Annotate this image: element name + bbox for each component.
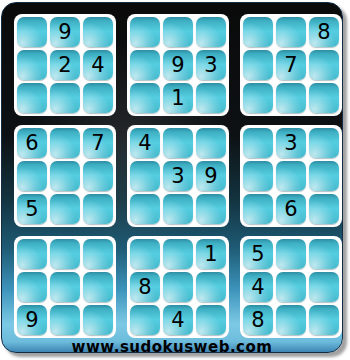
cell-r6c4[interactable] <box>130 194 160 224</box>
cell-r3c9[interactable] <box>309 83 339 113</box>
cell-r4c4[interactable]: 4 <box>130 128 160 158</box>
cell-r2c1[interactable] <box>17 50 47 80</box>
cell-r8c6[interactable] <box>196 272 226 302</box>
cell-r9c9[interactable] <box>309 305 339 335</box>
cell-r4c9[interactable] <box>309 128 339 158</box>
site-url[interactable]: www.sudokusweb.com <box>2 338 342 356</box>
cell-r1c3[interactable] <box>83 17 113 47</box>
cell-r8c5[interactable] <box>163 272 193 302</box>
box-0-2: 87 <box>240 14 342 116</box>
cell-r6c1[interactable]: 5 <box>17 194 47 224</box>
cell-r3c1[interactable] <box>17 83 47 113</box>
cell-r8c3[interactable] <box>83 272 113 302</box>
cell-r9c7[interactable]: 8 <box>243 305 273 335</box>
cell-r5c6[interactable]: 9 <box>196 161 226 191</box>
box-2-0: 9 <box>14 236 116 338</box>
cell-r7c3[interactable] <box>83 239 113 269</box>
cell-r6c5[interactable] <box>163 194 193 224</box>
sudoku-board: 92493187675439369184548 www.sudokusweb.c… <box>1 2 343 353</box>
cell-r3c4[interactable] <box>130 83 160 113</box>
cell-r8c7[interactable]: 4 <box>243 272 273 302</box>
cell-r5c4[interactable] <box>130 161 160 191</box>
cell-r9c1[interactable]: 9 <box>17 305 47 335</box>
box-0-0: 924 <box>14 14 116 116</box>
cell-r5c5[interactable]: 3 <box>163 161 193 191</box>
box-2-1: 184 <box>127 236 229 338</box>
box-2-2: 548 <box>240 236 342 338</box>
cell-r1c6[interactable] <box>196 17 226 47</box>
cell-r3c3[interactable] <box>83 83 113 113</box>
cell-r6c2[interactable] <box>50 194 80 224</box>
cell-r5c7[interactable] <box>243 161 273 191</box>
cell-r6c8[interactable]: 6 <box>276 194 306 224</box>
cell-r7c5[interactable] <box>163 239 193 269</box>
cell-r8c4[interactable]: 8 <box>130 272 160 302</box>
cell-r1c5[interactable] <box>163 17 193 47</box>
cell-r6c7[interactable] <box>243 194 273 224</box>
cell-r2c9[interactable] <box>309 50 339 80</box>
cell-r4c1[interactable]: 6 <box>17 128 47 158</box>
cell-r6c9[interactable] <box>309 194 339 224</box>
cell-r9c3[interactable] <box>83 305 113 335</box>
cell-r1c2[interactable]: 9 <box>50 17 80 47</box>
cell-r1c1[interactable] <box>17 17 47 47</box>
cell-r5c2[interactable] <box>50 161 80 191</box>
cell-r5c3[interactable] <box>83 161 113 191</box>
cell-r8c9[interactable] <box>309 272 339 302</box>
box-1-2: 36 <box>240 125 342 227</box>
cell-r8c8[interactable] <box>276 272 306 302</box>
cell-r7c1[interactable] <box>17 239 47 269</box>
cell-r1c9[interactable]: 8 <box>309 17 339 47</box>
cell-r9c2[interactable] <box>50 305 80 335</box>
cell-r9c8[interactable] <box>276 305 306 335</box>
cell-r2c7[interactable] <box>243 50 273 80</box>
cell-r9c4[interactable] <box>130 305 160 335</box>
cell-r8c1[interactable] <box>17 272 47 302</box>
cell-r7c4[interactable] <box>130 239 160 269</box>
cell-r3c8[interactable] <box>276 83 306 113</box>
cell-r9c5[interactable]: 4 <box>163 305 193 335</box>
cell-r8c2[interactable] <box>50 272 80 302</box>
cell-r4c2[interactable] <box>50 128 80 158</box>
box-0-1: 931 <box>127 14 229 116</box>
cell-r3c2[interactable] <box>50 83 80 113</box>
cell-r4c3[interactable]: 7 <box>83 128 113 158</box>
box-1-1: 439 <box>127 125 229 227</box>
cell-r1c8[interactable] <box>276 17 306 47</box>
cell-r2c2[interactable]: 2 <box>50 50 80 80</box>
sudoku-grid: 92493187675439369184548 <box>14 14 342 338</box>
cell-r2c4[interactable] <box>130 50 160 80</box>
cell-r7c9[interactable] <box>309 239 339 269</box>
sudoku-app: 92493187675439369184548 www.sudokusweb.c… <box>0 0 350 360</box>
cell-r4c6[interactable] <box>196 128 226 158</box>
cell-r6c3[interactable] <box>83 194 113 224</box>
cell-r7c6[interactable]: 1 <box>196 239 226 269</box>
cell-r2c6[interactable]: 3 <box>196 50 226 80</box>
cell-r1c4[interactable] <box>130 17 160 47</box>
cell-r7c7[interactable]: 5 <box>243 239 273 269</box>
cell-r3c6[interactable] <box>196 83 226 113</box>
cell-r4c8[interactable]: 3 <box>276 128 306 158</box>
cell-r7c2[interactable] <box>50 239 80 269</box>
cell-r4c5[interactable] <box>163 128 193 158</box>
cell-r3c7[interactable] <box>243 83 273 113</box>
cell-r5c1[interactable] <box>17 161 47 191</box>
cell-r2c5[interactable]: 9 <box>163 50 193 80</box>
box-1-0: 675 <box>14 125 116 227</box>
cell-r5c9[interactable] <box>309 161 339 191</box>
cell-r2c8[interactable]: 7 <box>276 50 306 80</box>
cell-r6c6[interactable] <box>196 194 226 224</box>
cell-r9c6[interactable] <box>196 305 226 335</box>
cell-r5c8[interactable] <box>276 161 306 191</box>
cell-r1c7[interactable] <box>243 17 273 47</box>
cell-r3c5[interactable]: 1 <box>163 83 193 113</box>
cell-r7c8[interactable] <box>276 239 306 269</box>
cell-r4c7[interactable] <box>243 128 273 158</box>
cell-r2c3[interactable]: 4 <box>83 50 113 80</box>
